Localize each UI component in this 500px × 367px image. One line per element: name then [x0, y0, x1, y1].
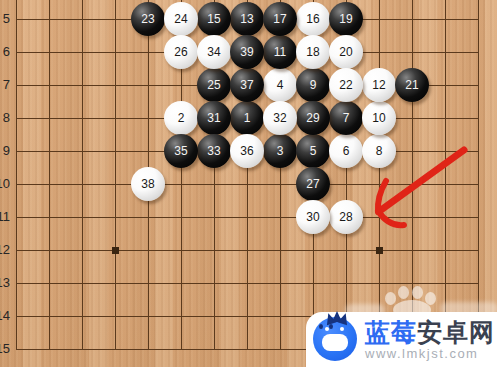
black-stone-1[interactable]: 1	[230, 101, 264, 135]
black-stone-27[interactable]: 27	[296, 167, 330, 201]
white-stone-12[interactable]: 12	[362, 68, 396, 102]
grid-hline	[16, 217, 479, 218]
site-url: www.lmkjst.com	[365, 346, 495, 361]
black-stone-29[interactable]: 29	[296, 101, 330, 135]
row-label: 14	[0, 309, 10, 323]
white-stone-28[interactable]: 28	[329, 200, 363, 234]
grid-hline	[16, 184, 479, 185]
white-stone-24[interactable]: 24	[164, 2, 198, 36]
black-stone-13[interactable]: 13	[230, 2, 264, 36]
white-stone-10[interactable]: 10	[362, 101, 396, 135]
row-label: 10	[0, 177, 10, 191]
black-stone-3[interactable]: 3	[263, 134, 297, 168]
row-label: 13	[0, 276, 10, 290]
black-stone-11[interactable]: 11	[263, 35, 297, 69]
row-label: 9	[0, 144, 10, 158]
row-label: 12	[0, 243, 10, 257]
black-stone-33[interactable]: 33	[197, 134, 231, 168]
white-stone-6[interactable]: 6	[329, 134, 363, 168]
row-label: 6	[0, 45, 10, 59]
black-stone-31[interactable]: 31	[197, 101, 231, 135]
black-stone-19[interactable]: 19	[329, 2, 363, 36]
white-stone-22[interactable]: 22	[329, 68, 363, 102]
row-label: 15	[0, 342, 10, 356]
row-label: 8	[0, 111, 10, 125]
white-stone-18[interactable]: 18	[296, 35, 330, 69]
watermark-card: 蓝莓安卓网 www.lmkjst.com	[306, 312, 500, 367]
white-stone-16[interactable]: 16	[296, 2, 330, 36]
star-point	[376, 247, 383, 254]
black-stone-7[interactable]: 7	[329, 101, 363, 135]
grid-hline	[16, 250, 479, 251]
white-stone-26[interactable]: 26	[164, 35, 198, 69]
black-stone-9[interactable]: 9	[296, 68, 330, 102]
white-stone-2[interactable]: 2	[164, 101, 198, 135]
black-stone-5[interactable]: 5	[296, 134, 330, 168]
black-stone-39[interactable]: 39	[230, 35, 264, 69]
white-stone-30[interactable]: 30	[296, 200, 330, 234]
site-name: 蓝莓安卓网	[365, 319, 495, 345]
site-name-dark-part: 安卓网	[417, 318, 495, 346]
black-stone-35[interactable]: 35	[164, 134, 198, 168]
white-stone-20[interactable]: 20	[329, 35, 363, 69]
row-label: 7	[0, 78, 10, 92]
site-logo-icon	[313, 317, 357, 361]
black-stone-37[interactable]: 37	[230, 68, 264, 102]
white-stone-36[interactable]: 36	[230, 134, 264, 168]
row-label: 5	[0, 12, 10, 26]
white-stone-38[interactable]: 38	[131, 167, 165, 201]
black-stone-21[interactable]: 21	[395, 68, 429, 102]
gomoku-tutorial-screenshot: 56789101112131415 1234567891011121315161…	[0, 0, 500, 367]
black-stone-25[interactable]: 25	[197, 68, 231, 102]
white-stone-34[interactable]: 34	[197, 35, 231, 69]
star-point	[112, 247, 119, 254]
white-stone-8[interactable]: 8	[362, 134, 396, 168]
white-stone-4[interactable]: 4	[263, 68, 297, 102]
white-stone-32[interactable]: 32	[263, 101, 297, 135]
site-name-blue-part: 蓝莓	[365, 318, 417, 346]
grid-hline	[16, 283, 479, 284]
black-stone-23[interactable]: 23	[131, 2, 165, 36]
black-stone-17[interactable]: 17	[263, 2, 297, 36]
black-stone-15[interactable]: 15	[197, 2, 231, 36]
row-label: 11	[0, 210, 10, 224]
